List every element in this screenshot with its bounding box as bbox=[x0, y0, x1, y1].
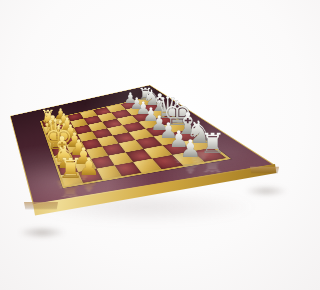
piece-gold-pawn: ♟ bbox=[73, 146, 94, 169]
piece-gold-rook: ♜ bbox=[40, 107, 55, 124]
piece-gold-king: ♚ bbox=[44, 121, 74, 154]
piece-gold-pawn: ♟ bbox=[65, 129, 83, 149]
reflection-gold-rook: ♜ bbox=[58, 184, 83, 199]
piece-silver-pawn: ♟ bbox=[136, 101, 152, 118]
piece-silver-pawn: ♟ bbox=[159, 120, 178, 142]
pieces-layer: ♜♞♝♛♚♝♞♞♜♜♟♟♟♟♟♟♟♟♟♟♟♟♟♟♟♟♟♟♟♟♜♞♝♛♚♝♞♞♜♜ bbox=[0, 0, 290, 290]
reflection-gold-knight: ♞ bbox=[52, 173, 80, 190]
reflection-silver-pawn: ♟ bbox=[179, 162, 201, 175]
piece-gold-bishop: ♝ bbox=[42, 113, 64, 137]
piece-gold-rook: ♜ bbox=[58, 155, 83, 183]
piece-gold-knight: ♞ bbox=[40, 109, 59, 131]
piece-gold-knight: ♞ bbox=[52, 142, 80, 173]
piece-silver-queen: ♛ bbox=[155, 93, 182, 123]
piece-silver-knight: ♞ bbox=[185, 117, 213, 148]
piece-silver-bishop: ♝ bbox=[174, 108, 201, 138]
piece-silver-rook: ♜ bbox=[137, 86, 152, 103]
piece-silver-pawn: ♟ bbox=[179, 137, 201, 161]
piece-silver-pawn: ♟ bbox=[169, 128, 190, 151]
reflection-silver-rook: ♜ bbox=[200, 159, 225, 174]
piece-gold-pawn: ♟ bbox=[59, 117, 75, 134]
piece-gold-pawn: ♟ bbox=[56, 111, 70, 127]
reflection-gold-pawn: ♟ bbox=[78, 180, 100, 193]
reflection-gold-pawn: ♟ bbox=[73, 169, 94, 182]
piece-silver-pawn: ♟ bbox=[150, 113, 168, 133]
piece-gold-pawn: ♟ bbox=[69, 137, 88, 159]
piece-gold-queen: ♛ bbox=[42, 116, 69, 146]
piece-silver-pawn: ♟ bbox=[143, 106, 160, 125]
piece-gold-bishop: ♝ bbox=[48, 132, 75, 162]
product-photo-scene: ♜♞♝♛♚♝♞♞♜♜♟♟♟♟♟♟♟♟♟♟♟♟♟♟♟♟♟♟♟♟♜♞♝♛♚♝♞♞♜♜ bbox=[0, 0, 290, 290]
piece-gold-pawn: ♟ bbox=[62, 123, 79, 142]
piece-silver-knight: ♞ bbox=[142, 87, 161, 109]
piece-silver-bishop: ♝ bbox=[149, 91, 171, 115]
reflection-silver-knight: ♞ bbox=[185, 149, 213, 166]
piece-silver-king: ♚ bbox=[162, 97, 192, 130]
piece-silver-pawn: ♟ bbox=[124, 91, 137, 106]
piece-gold-pawn: ♟ bbox=[54, 106, 67, 121]
reflection-silver-pawn: ♟ bbox=[169, 151, 190, 164]
piece-silver-pawn: ♟ bbox=[129, 96, 143, 112]
piece-silver-rook: ♜ bbox=[200, 130, 225, 158]
piece-gold-pawn: ♟ bbox=[78, 155, 100, 179]
